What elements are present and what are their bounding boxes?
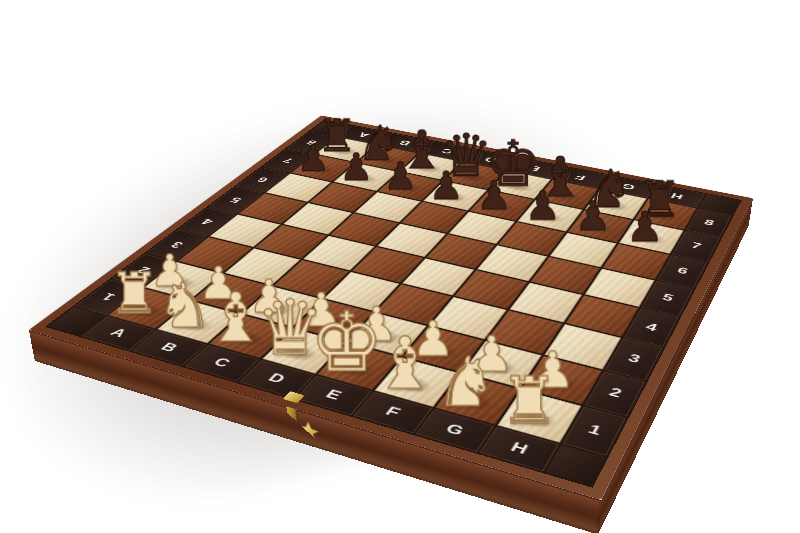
black-pawn[interactable]: ♟ <box>429 169 464 205</box>
black-pawn[interactable]: ♟ <box>384 159 418 194</box>
white-rook[interactable]: ♜ <box>500 372 558 432</box>
rank-label-8-right: 8 <box>686 209 732 238</box>
clasp-star-plate-left-icon <box>256 402 278 427</box>
black-pawn[interactable]: ♟ <box>296 142 329 176</box>
square-d5[interactable] <box>377 223 446 257</box>
clasp-hasp[interactable] <box>277 400 298 435</box>
square-d4[interactable] <box>352 247 424 283</box>
clasp-star-plate-right-icon <box>298 418 320 444</box>
white-bishop[interactable]: ♝ <box>373 330 438 396</box>
border-corner <box>699 194 740 214</box>
white-knight[interactable]: ♞ <box>435 351 497 414</box>
black-pawn[interactable]: ♟ <box>339 151 373 186</box>
black-pawn[interactable]: ♟ <box>575 198 611 235</box>
black-pawn[interactable]: ♟ <box>476 178 511 214</box>
photo-stage: ABCDEFGH8♜♞♝♛♚♝♞♜87♟♟♟♟♟♟♟♟7665544332♟♟♟… <box>0 0 800 533</box>
square-f6[interactable] <box>498 222 565 255</box>
black-pawn[interactable]: ♟ <box>627 209 664 247</box>
black-pawn[interactable]: ♟ <box>525 188 561 225</box>
white-rook[interactable]: ♜ <box>108 268 159 320</box>
white-knight[interactable]: ♞ <box>156 277 212 334</box>
